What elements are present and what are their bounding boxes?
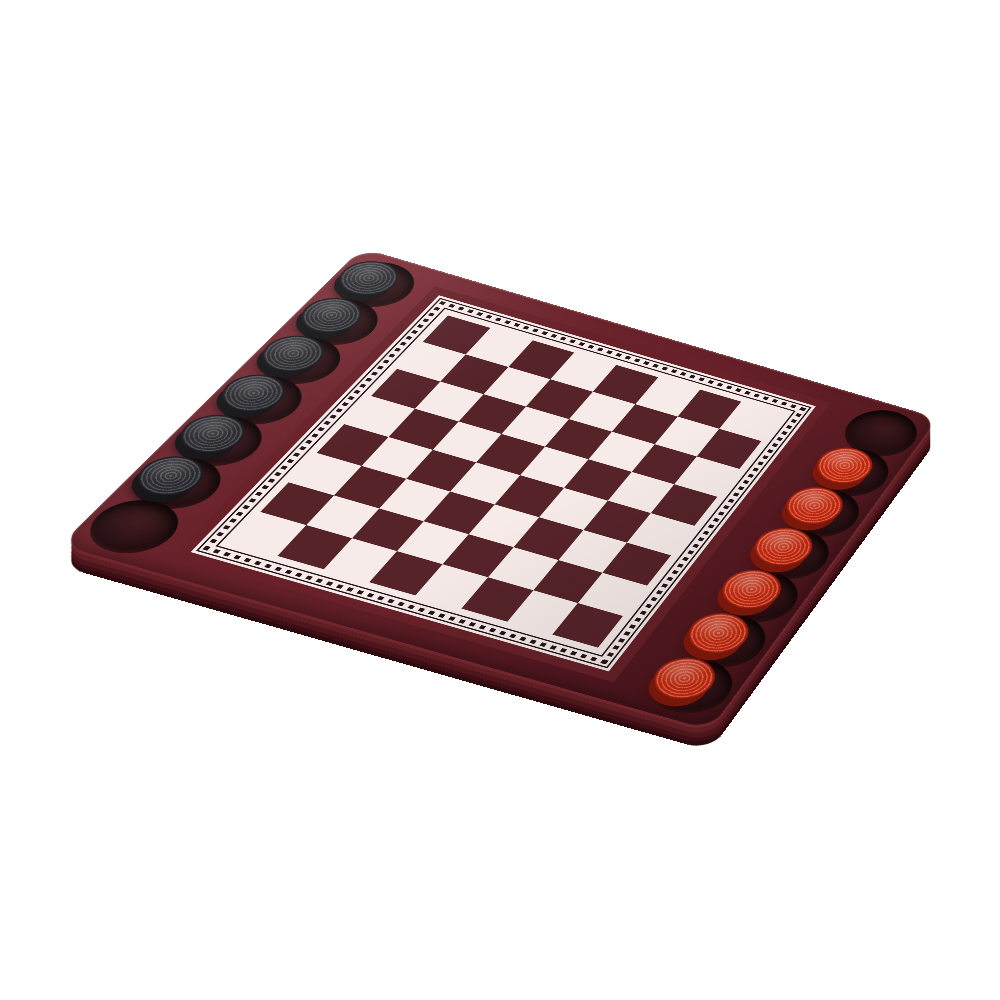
product-photo [0, 0, 1000, 1000]
checkers-board [60, 248, 938, 730]
red-storage-tray [60, 248, 938, 730]
